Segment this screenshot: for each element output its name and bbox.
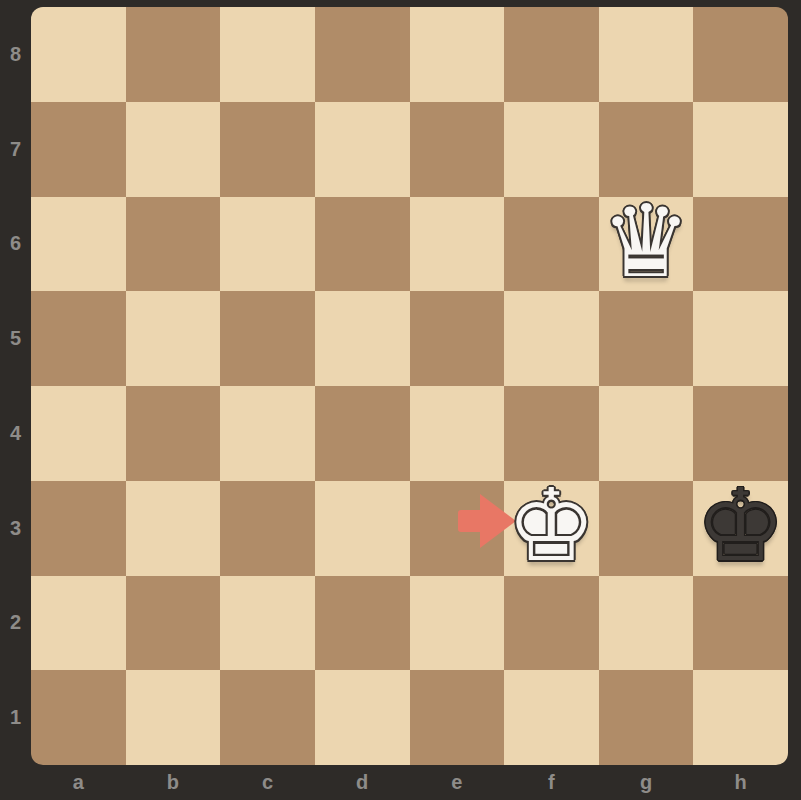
square-b8[interactable]: [126, 7, 221, 102]
square-g5[interactable]: [599, 291, 694, 386]
square-b4[interactable]: [126, 386, 221, 481]
square-b5[interactable]: [126, 291, 221, 386]
square-e5[interactable]: [410, 291, 505, 386]
square-e4[interactable]: [410, 386, 505, 481]
square-c7[interactable]: [220, 102, 315, 197]
square-a7[interactable]: [31, 102, 126, 197]
square-a3[interactable]: [31, 481, 126, 576]
square-b1[interactable]: [126, 670, 221, 765]
square-b2[interactable]: [126, 576, 221, 671]
white-queen[interactable]: ♛: [599, 195, 694, 290]
square-h6[interactable]: [693, 197, 788, 292]
black-king[interactable]: ♚: [693, 479, 788, 574]
square-d1[interactable]: [315, 670, 410, 765]
square-g3[interactable]: [599, 481, 694, 576]
square-a5[interactable]: [31, 291, 126, 386]
rank-labels: 87654321: [0, 7, 31, 765]
square-e6[interactable]: [410, 197, 505, 292]
square-a2[interactable]: [31, 576, 126, 671]
rank-label-8: 8: [0, 7, 31, 102]
square-f6[interactable]: [504, 197, 599, 292]
rank-label-7: 7: [0, 102, 31, 197]
rank-label-1: 1: [0, 670, 31, 765]
square-g1[interactable]: [599, 670, 694, 765]
square-h8[interactable]: [693, 7, 788, 102]
square-c1[interactable]: [220, 670, 315, 765]
square-e2[interactable]: [410, 576, 505, 671]
square-c6[interactable]: [220, 197, 315, 292]
square-c5[interactable]: [220, 291, 315, 386]
file-label-c: c: [220, 765, 315, 800]
square-g2[interactable]: [599, 576, 694, 671]
file-label-d: d: [315, 765, 410, 800]
square-d8[interactable]: [315, 7, 410, 102]
square-d6[interactable]: [315, 197, 410, 292]
square-e1[interactable]: [410, 670, 505, 765]
square-e7[interactable]: [410, 102, 505, 197]
square-b3[interactable]: [126, 481, 221, 576]
file-label-e: e: [410, 765, 505, 800]
square-d3[interactable]: [315, 481, 410, 576]
square-a6[interactable]: [31, 197, 126, 292]
square-f2[interactable]: [504, 576, 599, 671]
square-c2[interactable]: [220, 576, 315, 671]
rank-label-4: 4: [0, 386, 31, 481]
rank-label-3: 3: [0, 481, 31, 576]
file-label-f: f: [504, 765, 599, 800]
square-d2[interactable]: [315, 576, 410, 671]
square-g8[interactable]: [599, 7, 694, 102]
rank-label-2: 2: [0, 576, 31, 671]
square-d4[interactable]: [315, 386, 410, 481]
file-label-h: h: [693, 765, 788, 800]
rank-label-5: 5: [0, 291, 31, 386]
square-f1[interactable]: [504, 670, 599, 765]
square-d5[interactable]: [315, 291, 410, 386]
square-a1[interactable]: [31, 670, 126, 765]
square-h7[interactable]: [693, 102, 788, 197]
file-label-g: g: [599, 765, 694, 800]
square-h5[interactable]: [693, 291, 788, 386]
square-b7[interactable]: [126, 102, 221, 197]
square-f5[interactable]: [504, 291, 599, 386]
square-b6[interactable]: [126, 197, 221, 292]
chess-board: [31, 7, 788, 765]
square-g4[interactable]: [599, 386, 694, 481]
square-h2[interactable]: [693, 576, 788, 671]
square-f7[interactable]: [504, 102, 599, 197]
square-c4[interactable]: [220, 386, 315, 481]
square-h1[interactable]: [693, 670, 788, 765]
chess-app-background: ♛♚♚ 87654321 abcdefgh: [0, 0, 801, 800]
white-king[interactable]: ♚: [504, 479, 599, 574]
square-f8[interactable]: [504, 7, 599, 102]
square-a8[interactable]: [31, 7, 126, 102]
square-c8[interactable]: [220, 7, 315, 102]
file-labels: abcdefgh: [31, 765, 788, 800]
rank-label-6: 6: [0, 197, 31, 292]
file-label-a: a: [31, 765, 126, 800]
square-d7[interactable]: [315, 102, 410, 197]
square-c3[interactable]: [220, 481, 315, 576]
square-a4[interactable]: [31, 386, 126, 481]
square-e8[interactable]: [410, 7, 505, 102]
file-label-b: b: [126, 765, 221, 800]
